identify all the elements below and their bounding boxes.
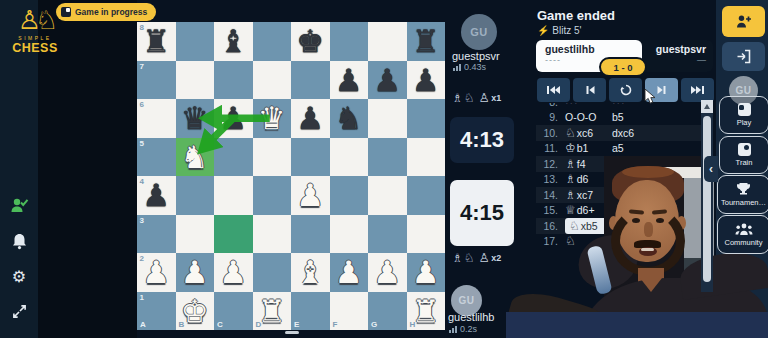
- black-move[interactable]: dxc6: [612, 127, 634, 139]
- black-queen[interactable]: ♛: [176, 99, 215, 138]
- playback-controls: [537, 78, 714, 102]
- scroll-up-icon[interactable]: [701, 100, 713, 113]
- square-d7[interactable]: [253, 61, 292, 100]
- file-label: A: [140, 320, 146, 329]
- settings-gear-icon[interactable]: ⚙: [9, 266, 29, 286]
- white-move[interactable]: ♘xc6: [565, 126, 612, 140]
- square-a3[interactable]: 3: [137, 215, 176, 254]
- black-bishop[interactable]: ♝: [214, 22, 253, 61]
- train-puzzle-icon: [738, 143, 751, 156]
- nav-play-button[interactable]: Play: [719, 96, 768, 134]
- square-g8[interactable]: [368, 22, 407, 61]
- captured-piece-icon: ♘: [464, 91, 475, 105]
- white-pawn[interactable]: ♟: [137, 253, 176, 292]
- square-e3[interactable]: [291, 215, 330, 254]
- square-e6[interactable]: ♟: [291, 99, 330, 138]
- white-queen[interactable]: ♛: [253, 99, 292, 138]
- white-bishop[interactable]: ♝: [291, 253, 330, 292]
- square-f4[interactable]: [330, 176, 369, 215]
- square-g2[interactable]: ♟: [368, 253, 407, 292]
- square-h8[interactable]: ♜: [407, 22, 446, 61]
- square-f7[interactable]: ♟: [330, 61, 369, 100]
- captured-piece-icon: ♗: [452, 91, 463, 105]
- signup-button[interactable]: [722, 6, 765, 37]
- square-a1[interactable]: 1A: [137, 292, 176, 331]
- square-g5[interactable]: [368, 138, 407, 177]
- notifications-bell-icon[interactable]: [9, 231, 29, 251]
- black-rook[interactable]: ♜: [137, 22, 176, 61]
- black-player-rating: —: [656, 55, 706, 65]
- white-rook[interactable]: ♜: [253, 292, 292, 331]
- logo-text-bottom: CHESS: [9, 41, 61, 55]
- online-status-icon[interactable]: [9, 196, 29, 216]
- square-g6[interactable]: [368, 99, 407, 138]
- square-b2[interactable]: ♟: [176, 253, 215, 292]
- rank-label: 3: [140, 216, 144, 225]
- square-b4[interactable]: [176, 176, 215, 215]
- square-f5[interactable]: [330, 138, 369, 177]
- person-eye: [632, 218, 640, 223]
- blitz-bolt-icon: ⚡: [537, 25, 549, 36]
- chess-board: 8♜♝♚♜7♟♟♟6♛♟♛♟♞5♞4♟♟32♟♟♟♝♟♟♟1AB♚CD♜EFGH…: [137, 22, 445, 330]
- captured-pieces-bottom: ♗♘♙x2: [452, 251, 501, 265]
- square-c2[interactable]: ♟: [214, 253, 253, 292]
- square-b8[interactable]: [176, 22, 215, 61]
- square-e1[interactable]: E: [291, 292, 330, 331]
- square-d3[interactable]: [253, 215, 292, 254]
- chess-app: ♙♘ SIMPLE CHESS ⚙ Game in progress 8♜♝♚♜…: [0, 0, 768, 338]
- square-g7[interactable]: ♟: [368, 61, 407, 100]
- square-c1[interactable]: C: [214, 292, 253, 331]
- square-d8[interactable]: [253, 22, 292, 61]
- captured-piece-icon: ♘: [464, 251, 475, 265]
- square-b3[interactable]: [176, 215, 215, 254]
- black-player-name: guestpsvr: [656, 43, 706, 55]
- square-h3[interactable]: [407, 215, 446, 254]
- signal-icon: [453, 64, 461, 71]
- captured-piece-icon: ♙: [479, 91, 490, 105]
- person-plus-icon: [736, 14, 752, 29]
- white-player-name: guestlilhb: [545, 43, 642, 55]
- rank-label: 1: [140, 293, 144, 302]
- status-badge-label: Game in progress: [75, 7, 147, 17]
- square-a4[interactable]: 4♟: [137, 176, 176, 215]
- white-king[interactable]: ♚: [176, 292, 215, 331]
- black-move[interactable]: ···: [612, 103, 626, 108]
- square-a2[interactable]: 2♟: [137, 253, 176, 292]
- fullscreen-expand-icon[interactable]: [9, 301, 29, 321]
- move-row[interactable]: 10.♘xc6dxc6: [536, 125, 702, 141]
- black-pawn[interactable]: ♟: [291, 99, 330, 138]
- nav-train-button[interactable]: Train: [719, 136, 768, 174]
- person-hair-highlight: [622, 166, 674, 178]
- square-a8[interactable]: 8♜: [137, 22, 176, 61]
- move-list-scrollbar[interactable]: [701, 100, 713, 292]
- play-board-icon: [738, 103, 751, 116]
- skip-start-button[interactable]: [537, 78, 570, 102]
- captured-piece-icon: ♙: [479, 251, 490, 265]
- move-number: 10.: [536, 127, 558, 139]
- top-player-latency: 0.43s: [453, 62, 486, 72]
- black-pawn[interactable]: ♟: [407, 61, 446, 100]
- square-h6[interactable]: [407, 99, 446, 138]
- square-d2[interactable]: [253, 253, 292, 292]
- time-control-label: ⚡ Blitz 5': [537, 25, 581, 36]
- square-c6[interactable]: ♟: [214, 99, 253, 138]
- logo-emblem-icon: ♙♘: [9, 5, 61, 35]
- community-people-icon: [735, 223, 753, 236]
- scrollbar-thumb[interactable]: [703, 116, 711, 282]
- square-h4[interactable]: [407, 176, 446, 215]
- score-result-pill: 1 - 0: [599, 57, 647, 77]
- move-number: 9.: [536, 111, 558, 123]
- square-e4[interactable]: ♟: [291, 176, 330, 215]
- square-a6[interactable]: 6: [137, 99, 176, 138]
- person-eye: [656, 218, 664, 223]
- step-back-button[interactable]: [573, 78, 606, 102]
- black-move[interactable]: b5: [612, 111, 624, 123]
- captured-piece-icon: ♗: [452, 251, 463, 265]
- move-row[interactable]: 9.O-O-Ob5: [536, 110, 702, 126]
- white-move[interactable]: ···: [565, 103, 612, 108]
- captured-count: x1: [491, 93, 501, 103]
- board-mini-icon: [61, 7, 71, 17]
- piece-glyph: ♘: [565, 126, 576, 140]
- file-label: C: [217, 320, 223, 329]
- white-pawn[interactable]: ♟: [368, 253, 407, 292]
- bottom-player-name: guestlilhb: [448, 311, 494, 323]
- white-rook[interactable]: ♜: [407, 292, 446, 331]
- nav-community-button[interactable]: Community: [717, 215, 768, 254]
- bottom-player-latency: 0.2s: [449, 324, 477, 334]
- square-b1[interactable]: B♚: [176, 292, 215, 331]
- square-c8[interactable]: ♝: [214, 22, 253, 61]
- person-nose: [644, 222, 653, 237]
- person-teeth: [641, 248, 654, 251]
- top-player-name: guestpsvr: [452, 50, 500, 62]
- square-b5[interactable]: ♞: [176, 138, 215, 177]
- black-pawn[interactable]: ♟: [368, 61, 407, 100]
- black-rook[interactable]: ♜: [407, 22, 446, 61]
- file-label: G: [371, 320, 377, 329]
- square-c5[interactable]: [214, 138, 253, 177]
- square-e5[interactable]: [291, 138, 330, 177]
- square-h5[interactable]: [407, 138, 446, 177]
- square-e2[interactable]: ♝: [291, 253, 330, 292]
- square-d5[interactable]: [253, 138, 292, 177]
- signin-button[interactable]: [722, 42, 765, 71]
- square-b7[interactable]: [176, 61, 215, 100]
- collapse-chevron[interactable]: ‹: [704, 156, 718, 182]
- signal-icon: [449, 326, 457, 333]
- square-e8[interactable]: ♚: [291, 22, 330, 61]
- white-pawn[interactable]: ♟: [214, 253, 253, 292]
- trophy-icon: [736, 182, 751, 196]
- square-d4[interactable]: [253, 176, 292, 215]
- move-number: 8.: [536, 103, 558, 108]
- black-pawn[interactable]: ♟: [137, 176, 176, 215]
- square-h2[interactable]: ♟: [407, 253, 446, 292]
- square-h1[interactable]: H♜: [407, 292, 446, 331]
- white-knight[interactable]: ♞: [176, 138, 215, 177]
- flip-board-button[interactable]: [609, 78, 642, 102]
- square-f6[interactable]: ♞: [330, 99, 369, 138]
- square-d6[interactable]: ♛: [253, 99, 292, 138]
- square-h7[interactable]: ♟: [407, 61, 446, 100]
- square-b6[interactable]: ♛: [176, 99, 215, 138]
- square-f8[interactable]: [330, 22, 369, 61]
- rank-label: 5: [140, 139, 144, 148]
- mouse-cursor: [644, 89, 657, 109]
- square-g3[interactable]: [368, 215, 407, 254]
- black-pawn[interactable]: ♟: [330, 61, 369, 100]
- square-a5[interactable]: 5: [137, 138, 176, 177]
- game-status-badge: Game in progress: [56, 3, 156, 21]
- square-f1[interactable]: F: [330, 292, 369, 331]
- left-rail-icons: ⚙: [0, 196, 38, 338]
- file-label: F: [333, 320, 338, 329]
- rank-label: 6: [140, 100, 144, 109]
- square-g4[interactable]: [368, 176, 407, 215]
- board-resize-handle[interactable]: [285, 331, 299, 334]
- white-move[interactable]: O-O-O: [565, 111, 612, 123]
- black-knight[interactable]: ♞: [330, 99, 369, 138]
- file-label: E: [294, 320, 299, 329]
- avatar-top-player[interactable]: GU: [461, 14, 497, 50]
- white-pawn[interactable]: ♟: [330, 253, 369, 292]
- black-king[interactable]: ♚: [291, 22, 330, 61]
- game-status-title: Game ended: [537, 8, 615, 23]
- desk-edge: [506, 312, 768, 338]
- rank-label: 7: [140, 62, 144, 71]
- white-pawn[interactable]: ♟: [407, 253, 446, 292]
- square-e7[interactable]: [291, 61, 330, 100]
- signin-arrow-icon: [736, 49, 752, 64]
- site-logo[interactable]: ♙♘ SIMPLE CHESS: [9, 5, 61, 55]
- captured-pieces-top: ♗♘♙x1: [452, 91, 501, 105]
- square-c4[interactable]: [214, 176, 253, 215]
- square-a7[interactable]: 7: [137, 61, 176, 100]
- square-f3[interactable]: [330, 215, 369, 254]
- square-g1[interactable]: G: [368, 292, 407, 331]
- square-c3[interactable]: [214, 215, 253, 254]
- nav-tournament-button[interactable]: Tournamen…: [717, 175, 768, 214]
- black-player-side: guestpsvr —: [656, 43, 706, 65]
- square-c7[interactable]: [214, 61, 253, 100]
- skip-end-button[interactable]: [681, 78, 714, 102]
- square-f2[interactable]: ♟: [330, 253, 369, 292]
- square-d1[interactable]: D♜: [253, 292, 292, 331]
- white-pawn[interactable]: ♟: [291, 176, 330, 215]
- white-pawn[interactable]: ♟: [176, 253, 215, 292]
- black-pawn[interactable]: ♟: [214, 99, 253, 138]
